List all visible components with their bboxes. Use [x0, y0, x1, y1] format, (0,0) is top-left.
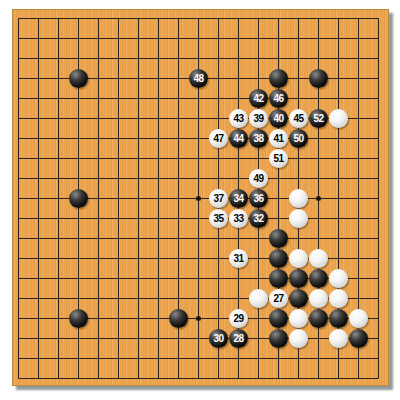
- black-stone-move-46: 46: [269, 89, 288, 108]
- black-stone-move-34: 34: [229, 189, 248, 208]
- black-stone: [69, 69, 88, 88]
- white-stone-move-43: 43: [229, 109, 248, 128]
- white-stone: [289, 329, 308, 348]
- black-stone: [309, 69, 328, 88]
- move-number: 44: [233, 133, 243, 144]
- move-number: 27: [273, 293, 283, 304]
- move-number: 39: [253, 113, 263, 124]
- white-stone-move-33: 33: [229, 209, 248, 228]
- white-stone-move-29: 29: [229, 309, 248, 328]
- move-number: 52: [313, 113, 323, 124]
- white-stone: [349, 309, 368, 328]
- move-number: 35: [213, 213, 223, 224]
- move-number: 41: [273, 133, 283, 144]
- white-stone: [329, 329, 348, 348]
- star-point: [316, 196, 321, 201]
- white-stone: [289, 209, 308, 228]
- move-number: 33: [233, 213, 243, 224]
- white-stone: [309, 249, 328, 268]
- black-stone: [269, 229, 288, 248]
- white-stone: [329, 109, 348, 128]
- white-stone-move-39: 39: [249, 109, 268, 128]
- black-stone: [309, 269, 328, 288]
- black-stone-move-44: 44: [229, 129, 248, 148]
- move-number: 38: [253, 133, 263, 144]
- white-stone: [329, 269, 348, 288]
- black-stone-move-48: 48: [189, 69, 208, 88]
- white-stone: [249, 289, 268, 308]
- white-stone-move-51: 51: [269, 149, 288, 168]
- move-number: 48: [193, 73, 203, 84]
- move-number: 32: [253, 213, 263, 224]
- white-stone-move-41: 41: [269, 129, 288, 148]
- go-board[interactable]: 4842464339404552474438415051493734363533…: [12, 9, 389, 386]
- black-stone: [289, 289, 308, 308]
- move-number: 29: [233, 313, 243, 324]
- black-stone-move-38: 38: [249, 129, 268, 148]
- star-point: [196, 196, 201, 201]
- white-stone: [289, 249, 308, 268]
- move-number: 30: [213, 333, 223, 344]
- black-stone: [269, 69, 288, 88]
- white-stone-move-47: 47: [209, 129, 228, 148]
- move-number: 36: [253, 193, 263, 204]
- black-stone: [289, 269, 308, 288]
- black-stone-move-50: 50: [289, 129, 308, 148]
- white-stone: [329, 289, 348, 308]
- black-stone: [69, 309, 88, 328]
- black-stone-move-42: 42: [249, 89, 268, 108]
- white-stone: [309, 289, 328, 308]
- black-stone-move-30: 30: [209, 329, 228, 348]
- move-number: 28: [233, 333, 243, 344]
- black-stone: [329, 309, 348, 328]
- black-stone: [169, 309, 188, 328]
- black-stone-move-36: 36: [249, 189, 268, 208]
- move-number: 50: [293, 133, 303, 144]
- move-number: 47: [213, 133, 223, 144]
- black-stone: [269, 329, 288, 348]
- black-stone: [69, 189, 88, 208]
- move-number: 43: [233, 113, 243, 124]
- move-number: 34: [233, 193, 243, 204]
- black-stone: [349, 329, 368, 348]
- black-stone-move-28: 28: [229, 329, 248, 348]
- black-stone-move-40: 40: [269, 109, 288, 128]
- white-stone: [289, 189, 308, 208]
- move-number: 49: [253, 173, 263, 184]
- go-diagram: 4842464339404552474438415051493734363533…: [0, 0, 400, 400]
- board-intersections: 4842464339404552474438415051493734363533…: [9, 9, 370, 370]
- black-stone-move-52: 52: [309, 109, 328, 128]
- white-stone-move-31: 31: [229, 249, 248, 268]
- move-number: 40: [273, 113, 283, 124]
- white-stone-move-37: 37: [209, 189, 228, 208]
- move-number: 42: [253, 93, 263, 104]
- black-stone: [269, 249, 288, 268]
- black-stone: [309, 309, 328, 328]
- move-number: 51: [273, 153, 283, 164]
- move-number: 46: [273, 93, 283, 104]
- black-stone: [269, 309, 288, 328]
- white-stone-move-45: 45: [289, 109, 308, 128]
- move-number: 37: [213, 193, 223, 204]
- black-stone: [269, 269, 288, 288]
- star-point: [196, 316, 201, 321]
- white-stone: [289, 309, 308, 328]
- move-number: 45: [293, 113, 303, 124]
- black-stone-move-32: 32: [249, 209, 268, 228]
- move-number: 31: [233, 253, 243, 264]
- white-stone-move-27: 27: [269, 289, 288, 308]
- white-stone-move-49: 49: [249, 169, 268, 188]
- white-stone-move-35: 35: [209, 209, 228, 228]
